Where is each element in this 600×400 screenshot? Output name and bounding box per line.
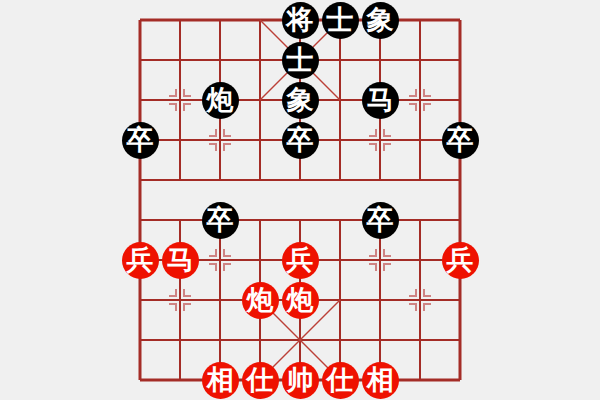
xiangqi-board: 将士象士炮象马卒卒卒卒卒兵马兵兵炮炮相仕帅仕相 bbox=[120, 0, 480, 400]
red-soldier[interactable]: 兵 bbox=[442, 242, 479, 279]
black-soldier[interactable]: 卒 bbox=[202, 202, 239, 239]
red-advisor[interactable]: 仕 bbox=[322, 362, 359, 399]
red-cannon[interactable]: 炮 bbox=[242, 282, 279, 319]
black-general[interactable]: 将 bbox=[282, 2, 319, 39]
black-soldier[interactable]: 卒 bbox=[282, 122, 319, 159]
black-elephant[interactable]: 象 bbox=[282, 82, 319, 119]
black-cannon[interactable]: 炮 bbox=[202, 82, 239, 119]
black-soldier[interactable]: 卒 bbox=[122, 122, 159, 159]
black-soldier[interactable]: 卒 bbox=[442, 122, 479, 159]
xiangqi-app: 将士象士炮象马卒卒卒卒卒兵马兵兵炮炮相仕帅仕相 bbox=[0, 0, 600, 400]
red-general[interactable]: 帅 bbox=[282, 362, 319, 399]
black-horse[interactable]: 马 bbox=[362, 82, 399, 119]
black-soldier[interactable]: 卒 bbox=[362, 202, 399, 239]
red-elephant[interactable]: 相 bbox=[362, 362, 399, 399]
red-soldier[interactable]: 兵 bbox=[122, 242, 159, 279]
black-advisor[interactable]: 士 bbox=[322, 2, 359, 39]
red-cannon[interactable]: 炮 bbox=[282, 282, 319, 319]
red-horse[interactable]: 马 bbox=[162, 242, 199, 279]
red-advisor[interactable]: 仕 bbox=[242, 362, 279, 399]
red-soldier[interactable]: 兵 bbox=[282, 242, 319, 279]
black-advisor[interactable]: 士 bbox=[282, 42, 319, 79]
red-elephant[interactable]: 相 bbox=[202, 362, 239, 399]
black-elephant[interactable]: 象 bbox=[362, 2, 399, 39]
